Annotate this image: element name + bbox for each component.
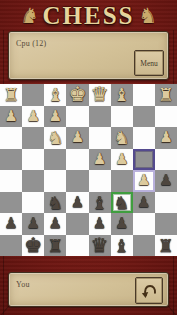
square-c5[interactable] <box>111 170 133 192</box>
piece-white-queen: ♛ <box>91 84 109 105</box>
square-d5[interactable] <box>89 170 111 192</box>
piece-black-pawn: ♟ <box>71 192 84 213</box>
square-e4[interactable] <box>66 149 88 171</box>
square-d4[interactable]: ♟ <box>89 149 111 171</box>
square-c6[interactable]: ♞ <box>111 192 133 214</box>
square-f5[interactable] <box>44 170 66 192</box>
square-e5[interactable] <box>66 170 88 192</box>
piece-black-pawn: ♟ <box>26 213 39 234</box>
square-b2[interactable] <box>133 106 155 128</box>
piece-black-pawn: ♟ <box>115 213 128 234</box>
square-e8[interactable] <box>66 235 88 257</box>
piece-white-bishop: ♝ <box>47 84 63 105</box>
square-b6[interactable]: ♟ <box>133 192 155 214</box>
square-b7[interactable] <box>133 213 155 235</box>
square-e1[interactable]: ♚ <box>66 84 88 106</box>
square-a7[interactable] <box>155 213 177 235</box>
piece-black-knight: ♞ <box>114 192 130 213</box>
square-e2[interactable] <box>66 106 88 128</box>
square-c3[interactable]: ♞ <box>111 127 133 149</box>
square-h4[interactable] <box>0 149 22 171</box>
square-d1[interactable]: ♛ <box>89 84 111 106</box>
square-c2[interactable] <box>111 106 133 128</box>
piece-white-knight: ♞ <box>114 127 130 148</box>
square-g5[interactable] <box>22 170 44 192</box>
square-d7[interactable]: ♟ <box>89 213 111 235</box>
piece-white-pawn: ♟ <box>71 127 84 148</box>
bottom-player-panel: You <box>8 272 169 307</box>
square-f2[interactable]: ♟ <box>44 106 66 128</box>
square-f8[interactable]: ♜ <box>44 235 66 257</box>
square-f3[interactable]: ♞ <box>44 127 66 149</box>
square-c8[interactable]: ♝ <box>111 235 133 257</box>
piece-black-pawn: ♟ <box>4 213 17 234</box>
menu-button[interactable]: Menu <box>134 50 164 76</box>
piece-black-queen: ♛ <box>91 235 109 256</box>
piece-black-pawn: ♟ <box>49 213 62 234</box>
chess-app: ♞ CHESS ♞ Cpu (12) Menu ♜♝♚♛♝♜♟♟♟♞♟♞♟♟♟♟… <box>0 0 177 315</box>
square-a2[interactable] <box>155 106 177 128</box>
square-f4[interactable] <box>44 149 66 171</box>
square-a8[interactable]: ♜ <box>155 235 177 257</box>
knight-ornament-right-icon: ♞ <box>138 2 157 30</box>
chess-board: ♜♝♚♛♝♜♟♟♟♞♟♞♟♟♟♟♟♞♟♝♞♟♟♟♟♟♟♚♜♛♝♜ <box>0 84 177 256</box>
square-g8[interactable]: ♚ <box>22 235 44 257</box>
square-a1[interactable]: ♜ <box>155 84 177 106</box>
square-d3[interactable] <box>89 127 111 149</box>
square-c1[interactable]: ♝ <box>111 84 133 106</box>
piece-black-rook: ♜ <box>158 235 174 256</box>
piece-white-king: ♚ <box>68 84 86 105</box>
square-b4[interactable] <box>133 149 155 171</box>
app-title: CHESS <box>43 1 135 30</box>
square-h6[interactable] <box>0 192 22 214</box>
you-player-label: You <box>16 280 30 289</box>
square-e7[interactable] <box>66 213 88 235</box>
square-g3[interactable] <box>22 127 44 149</box>
square-a6[interactable] <box>155 192 177 214</box>
piece-black-rook: ♜ <box>47 235 63 256</box>
undo-button[interactable] <box>135 277 163 304</box>
square-g1[interactable] <box>22 84 44 106</box>
square-f7[interactable]: ♟ <box>44 213 66 235</box>
piece-black-knight: ♞ <box>47 192 63 213</box>
square-b5[interactable]: ♟ <box>133 170 155 192</box>
square-e3[interactable]: ♟ <box>66 127 88 149</box>
piece-black-pawn: ♟ <box>159 170 172 191</box>
piece-black-pawn: ♟ <box>137 192 150 213</box>
knight-ornament-left-icon: ♞ <box>20 2 39 30</box>
square-h8[interactable] <box>0 235 22 257</box>
square-d6[interactable]: ♝ <box>89 192 111 214</box>
frame-ornament <box>173 256 174 315</box>
square-f6[interactable]: ♞ <box>44 192 66 214</box>
square-f1[interactable]: ♝ <box>44 84 66 106</box>
square-a4[interactable] <box>155 149 177 171</box>
piece-white-pawn: ♟ <box>4 106 17 127</box>
square-g4[interactable] <box>22 149 44 171</box>
square-c4[interactable]: ♟ <box>111 149 133 171</box>
title-bar: ♞ CHESS ♞ <box>0 0 177 31</box>
piece-black-king: ♚ <box>24 235 42 256</box>
piece-white-pawn: ♟ <box>93 149 106 170</box>
square-h3[interactable] <box>0 127 22 149</box>
square-g2[interactable]: ♟ <box>22 106 44 128</box>
piece-white-knight: ♞ <box>47 127 63 148</box>
square-g7[interactable]: ♟ <box>22 213 44 235</box>
square-d8[interactable]: ♛ <box>89 235 111 257</box>
square-h7[interactable]: ♟ <box>0 213 22 235</box>
undo-arrow-icon <box>140 282 158 299</box>
square-a3[interactable]: ♟ <box>155 127 177 149</box>
piece-white-pawn: ♟ <box>49 106 62 127</box>
square-b8[interactable] <box>133 235 155 257</box>
piece-white-rook: ♜ <box>158 84 174 105</box>
piece-black-pawn: ♟ <box>93 213 106 234</box>
square-h1[interactable]: ♜ <box>0 84 22 106</box>
piece-white-pawn: ♟ <box>137 170 150 191</box>
menu-button-label: Menu <box>140 59 158 68</box>
top-player-panel: Cpu (12) Menu <box>8 31 169 80</box>
frame-ornament <box>173 30 174 84</box>
frame-ornament <box>3 30 4 84</box>
square-c7[interactable]: ♟ <box>111 213 133 235</box>
square-e6[interactable]: ♟ <box>66 192 88 214</box>
square-h2[interactable]: ♟ <box>0 106 22 128</box>
piece-white-rook: ♜ <box>3 84 19 105</box>
piece-black-bishop: ♝ <box>91 192 107 213</box>
piece-white-bishop: ♝ <box>114 84 130 105</box>
square-h5[interactable] <box>0 170 22 192</box>
square-b1[interactable] <box>133 84 155 106</box>
square-b3[interactable] <box>133 127 155 149</box>
square-d2[interactable] <box>89 106 111 128</box>
piece-white-pawn: ♟ <box>26 106 39 127</box>
cpu-player-label: Cpu (12) <box>16 39 46 48</box>
square-g6[interactable] <box>22 192 44 214</box>
piece-white-pawn: ♟ <box>115 149 128 170</box>
piece-black-bishop: ♝ <box>114 235 130 256</box>
frame-ornament <box>3 256 4 315</box>
square-a5[interactable]: ♟ <box>155 170 177 192</box>
piece-white-pawn: ♟ <box>159 127 172 148</box>
